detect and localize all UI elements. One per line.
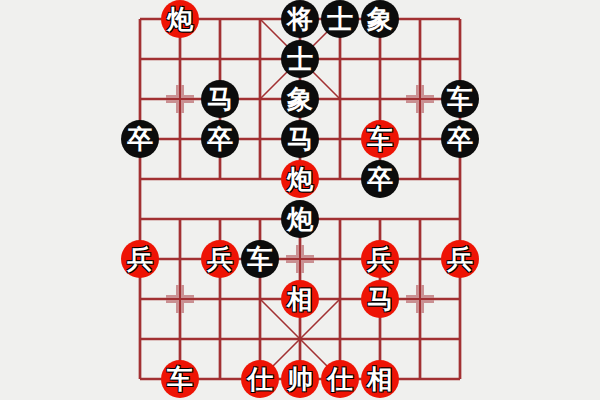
black-advisor-piece[interactable]: 士 <box>281 40 319 78</box>
red-horse-piece[interactable]: 马 <box>361 280 399 318</box>
red-advisor-piece[interactable]: 仕 <box>241 360 279 398</box>
red-cannon-piece[interactable]: 炮 <box>161 0 199 38</box>
red-soldier-piece[interactable]: 兵 <box>201 240 239 278</box>
red-soldier-piece[interactable]: 兵 <box>441 240 479 278</box>
black-chariot-piece[interactable]: 车 <box>441 80 479 118</box>
board-stage: 炮将士象士马象车卒卒马车卒炮卒炮兵兵车兵兵相马车仕帅仕相 <box>0 0 600 400</box>
red-elephant-piece[interactable]: 相 <box>361 360 399 398</box>
black-soldier-piece[interactable]: 卒 <box>201 120 239 158</box>
black-advisor-piece[interactable]: 士 <box>321 0 359 38</box>
black-horse-piece[interactable]: 马 <box>281 120 319 158</box>
black-soldier-piece[interactable]: 卒 <box>361 160 399 198</box>
black-soldier-piece[interactable]: 卒 <box>121 120 159 158</box>
red-chariot-piece[interactable]: 车 <box>161 360 199 398</box>
red-advisor-piece[interactable]: 仕 <box>321 360 359 398</box>
red-general-piece[interactable]: 帅 <box>281 360 319 398</box>
black-elephant-piece[interactable]: 象 <box>361 0 399 38</box>
black-horse-piece[interactable]: 马 <box>201 80 239 118</box>
black-cannon-piece[interactable]: 炮 <box>281 200 319 238</box>
black-soldier-piece[interactable]: 卒 <box>441 120 479 158</box>
red-chariot-piece[interactable]: 车 <box>361 120 399 158</box>
red-soldier-piece[interactable]: 兵 <box>121 240 159 278</box>
red-soldier-piece[interactable]: 兵 <box>361 240 399 278</box>
black-elephant-piece[interactable]: 象 <box>281 80 319 118</box>
red-cannon-piece[interactable]: 炮 <box>281 160 319 198</box>
pieces-layer: 炮将士象士马象车卒卒马车卒炮卒炮兵兵车兵兵相马车仕帅仕相 <box>0 0 600 400</box>
black-chariot-piece[interactable]: 车 <box>241 240 279 278</box>
black-general-piece[interactable]: 将 <box>281 0 319 38</box>
red-elephant-piece[interactable]: 相 <box>281 280 319 318</box>
